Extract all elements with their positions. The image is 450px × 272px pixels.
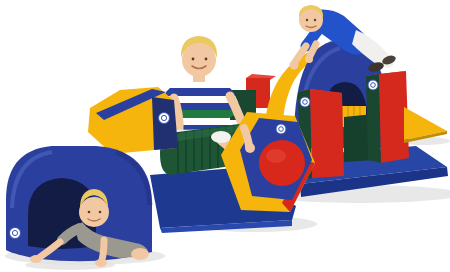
- boy2-head: [182, 43, 216, 77]
- brand-badge-pillar-left: [300, 97, 310, 107]
- brand-badge-pillar-right: [368, 80, 378, 90]
- toddler-hand-right: [95, 259, 107, 267]
- pillar-right: [366, 71, 409, 163]
- soft-play-product-photo: [0, 0, 450, 272]
- brand-badge-tunnel: [10, 228, 21, 239]
- boy2-short-cuff: [211, 131, 231, 143]
- boy3-hand-right: [305, 55, 313, 63]
- toddler-hand-left: [30, 255, 42, 263]
- hexagon-hole: [259, 140, 305, 186]
- brand-badge-hexagon: [276, 124, 286, 134]
- boy3-hand-left: [290, 61, 299, 70]
- brand-badge-corner-block: [159, 113, 170, 124]
- boy2-hand: [245, 143, 255, 153]
- toddler-forearm-right: [102, 240, 104, 260]
- toddler-head: [79, 197, 109, 227]
- pillar-left-face: [310, 89, 344, 178]
- boy2-forearm-front: [244, 128, 249, 146]
- toddler-knee: [131, 248, 149, 260]
- photo-canvas: [0, 0, 450, 272]
- hexagon-hole-highlight: [266, 149, 286, 163]
